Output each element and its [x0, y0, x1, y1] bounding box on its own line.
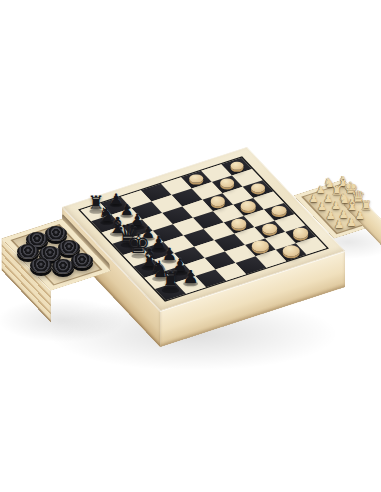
product-photo[interactable]: ♟♟♟♟♟♟♟♟♜♞♝♛♚♝♞♜♝♚♛♜♞♜♞♝♟♟♟♟♟♟♟♟♟♟ — [0, 0, 381, 492]
